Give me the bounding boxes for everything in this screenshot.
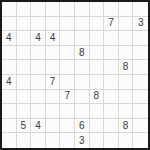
- cell-r7c10[interactable]: [133, 90, 148, 105]
- cell-r4c3[interactable]: [31, 46, 46, 61]
- clue-number: 8: [123, 121, 129, 131]
- cell-r2c8: 7: [104, 17, 119, 32]
- cell-r3c4: 4: [46, 31, 61, 46]
- cell-r3c9[interactable]: [119, 31, 134, 46]
- clue-number: 7: [50, 77, 56, 87]
- cell-r5c4[interactable]: [46, 60, 61, 75]
- clue-number: 8: [94, 91, 100, 101]
- cell-r7c9[interactable]: [119, 90, 134, 105]
- cell-r10c2[interactable]: [17, 133, 32, 148]
- cell-r4c4[interactable]: [46, 46, 61, 61]
- cell-r5c6[interactable]: [75, 60, 90, 75]
- cell-r2c9[interactable]: [119, 17, 134, 32]
- cell-r9c1[interactable]: [2, 119, 17, 134]
- cell-r1c4[interactable]: [46, 2, 61, 17]
- cell-r1c8[interactable]: [104, 2, 119, 17]
- cell-r5c2[interactable]: [17, 60, 32, 75]
- clue-number: 3: [79, 136, 85, 146]
- cell-r4c7[interactable]: [90, 46, 105, 61]
- cell-r8c3[interactable]: [31, 104, 46, 119]
- cell-r10c10[interactable]: [133, 133, 148, 148]
- clue-number: 4: [35, 121, 41, 131]
- cell-r6c1: 4: [2, 75, 17, 90]
- cell-r5c3[interactable]: [31, 60, 46, 75]
- clue-number: 8: [79, 48, 85, 58]
- cell-r6c8[interactable]: [104, 75, 119, 90]
- cell-r9c8[interactable]: [104, 119, 119, 134]
- cell-r1c1[interactable]: [2, 2, 17, 17]
- cell-r2c7[interactable]: [90, 17, 105, 32]
- cell-r5c1[interactable]: [2, 60, 17, 75]
- clue-number: 7: [108, 18, 114, 28]
- cell-r8c2[interactable]: [17, 104, 32, 119]
- cell-r8c7[interactable]: [90, 104, 105, 119]
- cell-r9c4[interactable]: [46, 119, 61, 134]
- cell-r2c3[interactable]: [31, 17, 46, 32]
- cell-r8c10[interactable]: [133, 104, 148, 119]
- cell-r4c9[interactable]: [119, 46, 134, 61]
- cell-r6c4: 7: [46, 75, 61, 90]
- cell-r6c2[interactable]: [17, 75, 32, 90]
- cell-r6c6[interactable]: [75, 75, 90, 90]
- cell-r1c5[interactable]: [60, 2, 75, 17]
- cell-r3c2[interactable]: [17, 31, 32, 46]
- cell-r10c3[interactable]: [31, 133, 46, 148]
- cell-r2c6[interactable]: [75, 17, 90, 32]
- cell-r8c4[interactable]: [46, 104, 61, 119]
- cell-r6c9[interactable]: [119, 75, 134, 90]
- clue-number: 4: [6, 33, 12, 43]
- cell-r6c5[interactable]: [60, 75, 75, 90]
- clue-number: 5: [21, 121, 27, 131]
- cell-r7c2[interactable]: [17, 90, 32, 105]
- clue-number: 4: [50, 33, 56, 43]
- cell-r1c9[interactable]: [119, 2, 134, 17]
- cell-r6c10[interactable]: [133, 75, 148, 90]
- cell-r2c5[interactable]: [60, 17, 75, 32]
- cell-r9c6: 6: [75, 119, 90, 134]
- cell-r3c6[interactable]: [75, 31, 90, 46]
- cell-r3c1: 4: [2, 31, 17, 46]
- cell-r5c5[interactable]: [60, 60, 75, 75]
- cell-r8c8[interactable]: [104, 104, 119, 119]
- cell-r8c5[interactable]: [60, 104, 75, 119]
- cell-r5c10[interactable]: [133, 60, 148, 75]
- clue-number: 4: [6, 77, 12, 87]
- cell-r3c7[interactable]: [90, 31, 105, 46]
- cell-r2c1[interactable]: [2, 17, 17, 32]
- cell-r7c6[interactable]: [75, 90, 90, 105]
- clue-number: 8: [123, 62, 129, 72]
- cell-r9c2: 5: [17, 119, 32, 134]
- cell-r3c3: 4: [31, 31, 46, 46]
- cell-r3c8[interactable]: [104, 31, 119, 46]
- cell-r4c8[interactable]: [104, 46, 119, 61]
- cell-r1c7[interactable]: [90, 2, 105, 17]
- cell-r2c2[interactable]: [17, 17, 32, 32]
- cell-r2c10: 3: [133, 17, 148, 32]
- cell-r5c7[interactable]: [90, 60, 105, 75]
- cell-r10c8[interactable]: [104, 133, 119, 148]
- cell-r8c1[interactable]: [2, 104, 17, 119]
- cell-r9c7[interactable]: [90, 119, 105, 134]
- cell-r7c7: 8: [90, 90, 105, 105]
- cell-r4c1[interactable]: [2, 46, 17, 61]
- cell-r7c4[interactable]: [46, 90, 61, 105]
- cell-r7c1[interactable]: [2, 90, 17, 105]
- puzzle-board: 7344488477854683: [0, 0, 150, 150]
- cell-r8c6[interactable]: [75, 104, 90, 119]
- cell-r7c5: 7: [60, 90, 75, 105]
- cell-r7c3[interactable]: [31, 90, 46, 105]
- cell-r9c9: 8: [119, 119, 134, 134]
- cell-r10c6: 3: [75, 133, 90, 148]
- clue-number: 4: [35, 33, 41, 43]
- cell-r1c6[interactable]: [75, 2, 90, 17]
- cell-r7c8[interactable]: [104, 90, 119, 105]
- cell-r9c5[interactable]: [60, 119, 75, 134]
- cell-r8c9[interactable]: [119, 104, 134, 119]
- cell-r4c10[interactable]: [133, 46, 148, 61]
- cell-r1c10[interactable]: [133, 2, 148, 17]
- cell-r4c2[interactable]: [17, 46, 32, 61]
- cell-r10c4[interactable]: [46, 133, 61, 148]
- clue-number: 6: [79, 121, 85, 131]
- cell-r10c5[interactable]: [60, 133, 75, 148]
- cell-r3c10[interactable]: [133, 31, 148, 46]
- cell-r3c5[interactable]: [60, 31, 75, 46]
- cell-r9c3: 4: [31, 119, 46, 134]
- cell-r6c7[interactable]: [90, 75, 105, 90]
- cell-r4c6: 8: [75, 46, 90, 61]
- cell-r4c5[interactable]: [60, 46, 75, 61]
- cell-r1c3[interactable]: [31, 2, 46, 17]
- cell-r10c9[interactable]: [119, 133, 134, 148]
- cell-r2c4[interactable]: [46, 17, 61, 32]
- cell-r5c9: 8: [119, 60, 134, 75]
- cell-r5c8[interactable]: [104, 60, 119, 75]
- cell-r10c1[interactable]: [2, 133, 17, 148]
- clue-number: 7: [64, 91, 70, 101]
- cell-r9c10[interactable]: [133, 119, 148, 134]
- cell-r6c3[interactable]: [31, 75, 46, 90]
- cell-r1c2[interactable]: [17, 2, 32, 17]
- clue-number: 3: [138, 18, 144, 28]
- cell-r10c7[interactable]: [90, 133, 105, 148]
